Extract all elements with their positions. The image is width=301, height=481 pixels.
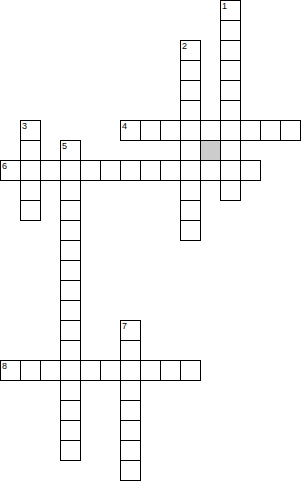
cell-r1-c11[interactable] <box>220 20 241 41</box>
cell-r12-c3[interactable] <box>60 240 81 261</box>
cell-r8-c10[interactable] <box>200 160 221 181</box>
cell-r4-c11[interactable] <box>220 80 241 101</box>
cell-r15-c3[interactable] <box>60 300 81 321</box>
cell-r23-c6[interactable] <box>120 460 141 481</box>
cell-r18-c0[interactable]: 8 <box>0 360 21 381</box>
cell-r6-c13[interactable] <box>260 120 281 141</box>
cell-r6-c14[interactable] <box>280 120 301 141</box>
cell-r2-c11[interactable] <box>220 40 241 61</box>
cell-r18-c2[interactable] <box>40 360 61 381</box>
cell-r6-c1[interactable]: 3 <box>20 120 41 141</box>
clue-number-7: 7 <box>122 321 127 331</box>
cell-r5-c11[interactable] <box>220 100 241 121</box>
cell-r18-c1[interactable] <box>20 360 41 381</box>
clue-number-3: 3 <box>22 121 27 131</box>
cell-r3-c11[interactable] <box>220 60 241 81</box>
cell-r20-c6[interactable] <box>120 400 141 421</box>
cell-r4-c9[interactable] <box>180 80 201 101</box>
cell-r16-c6[interactable]: 7 <box>120 320 141 341</box>
cell-r7-c1[interactable] <box>20 140 41 161</box>
cell-r16-c3[interactable] <box>60 320 81 341</box>
cell-r10-c1[interactable] <box>20 200 41 221</box>
cell-r10-c9[interactable] <box>180 200 201 221</box>
cell-r18-c4[interactable] <box>80 360 101 381</box>
cell-r17-c6[interactable] <box>120 340 141 361</box>
cell-r8-c9[interactable] <box>180 160 201 181</box>
cell-r5-c9[interactable] <box>180 100 201 121</box>
cell-r8-c3[interactable] <box>60 160 81 181</box>
clue-number-8: 8 <box>2 361 7 371</box>
clue-number-4: 4 <box>122 121 127 131</box>
cell-r18-c8[interactable] <box>160 360 181 381</box>
crossword-grid: 12345678 <box>0 0 301 481</box>
cell-r6-c10[interactable] <box>200 120 221 141</box>
cell-r11-c9[interactable] <box>180 220 201 241</box>
cell-r6-c11[interactable] <box>220 120 241 141</box>
clue-number-1: 1 <box>222 1 227 11</box>
cell-r14-c3[interactable] <box>60 280 81 301</box>
cell-r6-c9[interactable] <box>180 120 201 141</box>
shaded-cell-r7-c10[interactable] <box>200 140 221 161</box>
cell-r8-c12[interactable] <box>240 160 261 181</box>
cell-r0-c11[interactable]: 1 <box>220 0 241 21</box>
cell-r18-c3[interactable] <box>60 360 81 381</box>
cell-r13-c3[interactable] <box>60 260 81 281</box>
cell-r22-c3[interactable] <box>60 440 81 461</box>
cell-r9-c3[interactable] <box>60 180 81 201</box>
cell-r7-c9[interactable] <box>180 140 201 161</box>
cell-r8-c2[interactable] <box>40 160 61 181</box>
cell-r9-c1[interactable] <box>20 180 41 201</box>
cell-r9-c11[interactable] <box>220 180 241 201</box>
cell-r18-c6[interactable] <box>120 360 141 381</box>
cell-r19-c6[interactable] <box>120 380 141 401</box>
cell-r21-c3[interactable] <box>60 420 81 441</box>
cell-r7-c3[interactable]: 5 <box>60 140 81 161</box>
cell-r10-c3[interactable] <box>60 200 81 221</box>
cell-r18-c9[interactable] <box>180 360 201 381</box>
cell-r22-c6[interactable] <box>120 440 141 461</box>
cell-r17-c3[interactable] <box>60 340 81 361</box>
cell-r8-c5[interactable] <box>100 160 121 181</box>
cell-r18-c7[interactable] <box>140 360 161 381</box>
cell-r8-c4[interactable] <box>80 160 101 181</box>
cell-r6-c6[interactable]: 4 <box>120 120 141 141</box>
cell-r7-c11[interactable] <box>220 140 241 161</box>
cell-r6-c7[interactable] <box>140 120 161 141</box>
cell-r6-c12[interactable] <box>240 120 261 141</box>
cell-r21-c6[interactable] <box>120 420 141 441</box>
cell-r6-c8[interactable] <box>160 120 181 141</box>
cell-r19-c3[interactable] <box>60 380 81 401</box>
clue-number-2: 2 <box>182 41 187 51</box>
clue-number-6: 6 <box>2 161 7 171</box>
cell-r8-c1[interactable] <box>20 160 41 181</box>
cell-r8-c8[interactable] <box>160 160 181 181</box>
cell-r8-c7[interactable] <box>140 160 161 181</box>
cell-r8-c6[interactable] <box>120 160 141 181</box>
cell-r3-c9[interactable] <box>180 60 201 81</box>
cell-r9-c9[interactable] <box>180 180 201 201</box>
cell-r2-c9[interactable]: 2 <box>180 40 201 61</box>
cell-r11-c3[interactable] <box>60 220 81 241</box>
clue-number-5: 5 <box>62 141 67 151</box>
cell-r20-c3[interactable] <box>60 400 81 421</box>
cell-r8-c11[interactable] <box>220 160 241 181</box>
cell-r18-c5[interactable] <box>100 360 121 381</box>
cell-r8-c0[interactable]: 6 <box>0 160 21 181</box>
